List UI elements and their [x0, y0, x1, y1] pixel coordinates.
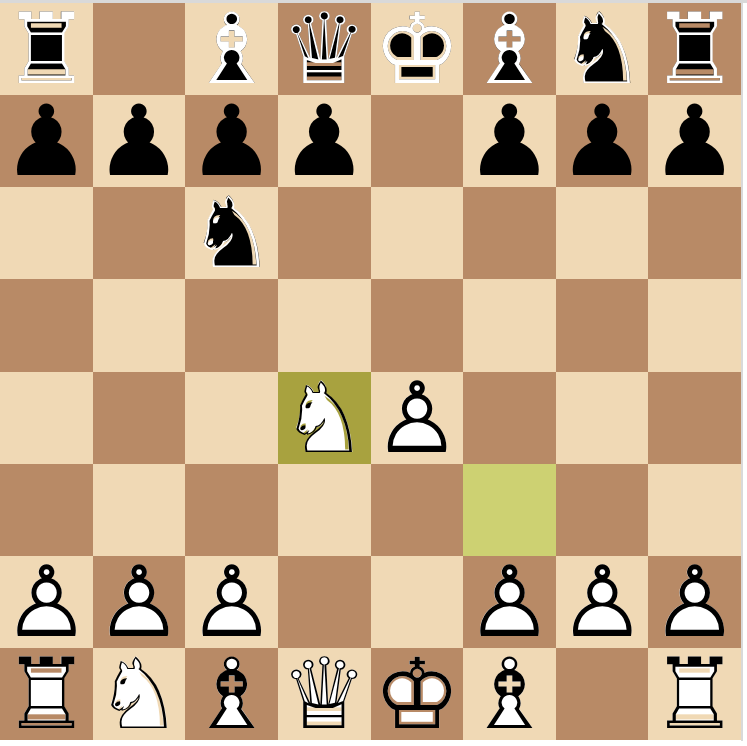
chess-board: ♜♖♝♗♛♕♚♔♝♗♞♘♜♖♟♟♟♟♟♟♟♞♘♞♘♟♙♟♙♟♙♟♙♟♙♟♙♟♙♜… — [0, 3, 741, 740]
square-c4[interactable] — [185, 372, 278, 464]
square-a2[interactable]: ♟♙ — [0, 556, 93, 648]
square-e2[interactable] — [371, 556, 464, 648]
square-f1[interactable]: ♝♗ — [463, 648, 556, 740]
square-h1[interactable]: ♜♖ — [648, 648, 741, 740]
square-h5[interactable] — [648, 279, 741, 371]
piece-outline-glyph: ♗ — [185, 648, 278, 740]
piece-outline-glyph: ♔ — [371, 3, 464, 95]
square-b5[interactable] — [93, 279, 186, 371]
square-f4[interactable] — [463, 372, 556, 464]
square-d4[interactable]: ♞♘ — [278, 372, 371, 464]
piece-fill-glyph: ♟ — [648, 95, 741, 187]
square-e4[interactable]: ♟♙ — [371, 372, 464, 464]
piece-outline-glyph: ♗ — [185, 3, 278, 95]
square-b3[interactable] — [93, 464, 186, 556]
white-bishop[interactable]: ♝♗ — [463, 648, 556, 740]
window-right-border — [741, 0, 743, 741]
square-a6[interactable] — [0, 187, 93, 279]
square-c7[interactable]: ♟ — [185, 95, 278, 187]
square-g8[interactable]: ♞♘ — [556, 3, 649, 95]
black-rook[interactable]: ♜♖ — [648, 3, 741, 95]
square-h6[interactable] — [648, 187, 741, 279]
piece-outline-glyph: ♙ — [556, 556, 649, 648]
white-rook[interactable]: ♜♖ — [0, 648, 93, 740]
white-bishop[interactable]: ♝♗ — [185, 648, 278, 740]
square-c5[interactable] — [185, 279, 278, 371]
square-d8[interactable]: ♛♕ — [278, 3, 371, 95]
square-a8[interactable]: ♜♖ — [0, 3, 93, 95]
square-g4[interactable] — [556, 372, 649, 464]
piece-outline-glyph: ♘ — [185, 187, 278, 279]
piece-fill-glyph: ♟ — [93, 95, 186, 187]
square-d2[interactable] — [278, 556, 371, 648]
piece-fill-glyph: ♟ — [0, 95, 93, 187]
square-g3[interactable] — [556, 464, 649, 556]
black-bishop[interactable]: ♝♗ — [185, 3, 278, 95]
square-f7[interactable]: ♟ — [463, 95, 556, 187]
square-d3[interactable] — [278, 464, 371, 556]
black-pawn[interactable]: ♟ — [185, 95, 278, 187]
square-a7[interactable]: ♟ — [0, 95, 93, 187]
square-h8[interactable]: ♜♖ — [648, 3, 741, 95]
square-a3[interactable] — [0, 464, 93, 556]
square-e3[interactable] — [371, 464, 464, 556]
square-f6[interactable] — [463, 187, 556, 279]
piece-outline-glyph: ♕ — [278, 3, 371, 95]
square-c1[interactable]: ♝♗ — [185, 648, 278, 740]
black-pawn[interactable]: ♟ — [93, 95, 186, 187]
piece-outline-glyph: ♘ — [556, 3, 649, 95]
white-queen[interactable]: ♛♕ — [278, 648, 371, 740]
square-h3[interactable] — [648, 464, 741, 556]
piece-outline-glyph: ♙ — [185, 556, 278, 648]
square-a5[interactable] — [0, 279, 93, 371]
white-pawn[interactable]: ♟♙ — [371, 372, 464, 464]
black-knight[interactable]: ♞♘ — [185, 187, 278, 279]
white-pawn[interactable]: ♟♙ — [0, 556, 93, 648]
square-g5[interactable] — [556, 279, 649, 371]
piece-fill-glyph: ♟ — [278, 95, 371, 187]
black-king[interactable]: ♚♔ — [371, 3, 464, 95]
square-e7[interactable] — [371, 95, 464, 187]
black-knight[interactable]: ♞♘ — [556, 3, 649, 95]
black-pawn[interactable]: ♟ — [463, 95, 556, 187]
piece-outline-glyph: ♗ — [463, 648, 556, 740]
piece-fill-glyph: ♟ — [556, 95, 649, 187]
square-g1[interactable] — [556, 648, 649, 740]
piece-outline-glyph: ♙ — [371, 372, 464, 464]
square-b1[interactable]: ♞♘ — [93, 648, 186, 740]
square-a4[interactable] — [0, 372, 93, 464]
piece-outline-glyph: ♙ — [648, 556, 741, 648]
white-pawn[interactable]: ♟♙ — [648, 556, 741, 648]
piece-outline-glyph: ♘ — [93, 648, 186, 740]
square-e1[interactable]: ♚♔ — [371, 648, 464, 740]
piece-outline-glyph: ♙ — [463, 556, 556, 648]
piece-outline-glyph: ♖ — [648, 3, 741, 95]
white-king[interactable]: ♚♔ — [371, 648, 464, 740]
square-c3[interactable] — [185, 464, 278, 556]
square-d6[interactable] — [278, 187, 371, 279]
piece-outline-glyph: ♖ — [648, 648, 741, 740]
square-e8[interactable]: ♚♔ — [371, 3, 464, 95]
piece-outline-glyph: ♖ — [0, 648, 93, 740]
square-d1[interactable]: ♛♕ — [278, 648, 371, 740]
square-b4[interactable] — [93, 372, 186, 464]
piece-outline-glyph: ♕ — [278, 648, 371, 740]
square-g2[interactable]: ♟♙ — [556, 556, 649, 648]
piece-outline-glyph: ♗ — [463, 3, 556, 95]
square-b7[interactable]: ♟ — [93, 95, 186, 187]
square-h7[interactable]: ♟ — [648, 95, 741, 187]
square-f2[interactable]: ♟♙ — [463, 556, 556, 648]
square-f3[interactable] — [463, 464, 556, 556]
white-rook[interactable]: ♜♖ — [648, 648, 741, 740]
piece-outline-glyph: ♔ — [371, 648, 464, 740]
square-d7[interactable]: ♟ — [278, 95, 371, 187]
piece-fill-glyph: ♟ — [463, 95, 556, 187]
white-pawn[interactable]: ♟♙ — [93, 556, 186, 648]
page: ♜♖♝♗♛♕♚♔♝♗♞♘♜♖♟♟♟♟♟♟♟♞♘♞♘♟♙♟♙♟♙♟♙♟♙♟♙♟♙♜… — [0, 0, 747, 746]
square-c6[interactable]: ♞♘ — [185, 187, 278, 279]
square-c2[interactable]: ♟♙ — [185, 556, 278, 648]
black-pawn[interactable]: ♟ — [278, 95, 371, 187]
piece-fill-glyph: ♟ — [185, 95, 278, 187]
square-e6[interactable] — [371, 187, 464, 279]
white-pawn[interactable]: ♟♙ — [556, 556, 649, 648]
square-g7[interactable]: ♟ — [556, 95, 649, 187]
square-a1[interactable]: ♜♖ — [0, 648, 93, 740]
square-e5[interactable] — [371, 279, 464, 371]
black-queen[interactable]: ♛♕ — [278, 3, 371, 95]
square-b2[interactable]: ♟♙ — [93, 556, 186, 648]
white-pawn[interactable]: ♟♙ — [463, 556, 556, 648]
black-pawn[interactable]: ♟ — [556, 95, 649, 187]
piece-outline-glyph: ♖ — [0, 3, 93, 95]
square-f8[interactable]: ♝♗ — [463, 3, 556, 95]
square-b6[interactable] — [93, 187, 186, 279]
white-knight[interactable]: ♞♘ — [278, 372, 371, 464]
black-pawn[interactable]: ♟ — [0, 95, 93, 187]
square-g6[interactable] — [556, 187, 649, 279]
square-b8[interactable] — [93, 3, 186, 95]
square-c8[interactable]: ♝♗ — [185, 3, 278, 95]
square-d5[interactable] — [278, 279, 371, 371]
piece-outline-glyph: ♙ — [93, 556, 186, 648]
square-h2[interactable]: ♟♙ — [648, 556, 741, 648]
piece-outline-glyph: ♘ — [278, 372, 371, 464]
black-rook[interactable]: ♜♖ — [0, 3, 93, 95]
square-h4[interactable] — [648, 372, 741, 464]
white-pawn[interactable]: ♟♙ — [185, 556, 278, 648]
square-f5[interactable] — [463, 279, 556, 371]
piece-outline-glyph: ♙ — [0, 556, 93, 648]
white-knight[interactable]: ♞♘ — [93, 648, 186, 740]
black-bishop[interactable]: ♝♗ — [463, 3, 556, 95]
black-pawn[interactable]: ♟ — [648, 95, 741, 187]
